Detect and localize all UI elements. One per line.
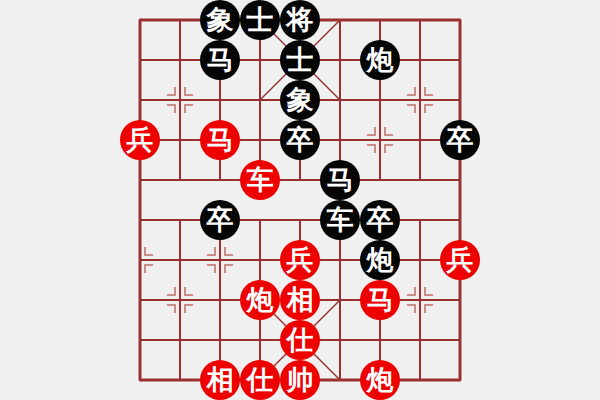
piece-black-炮[interactable]: 炮 xyxy=(360,40,400,80)
position-marker xyxy=(225,265,233,273)
position-marker xyxy=(167,105,175,113)
piece-red-兵[interactable]: 兵 xyxy=(440,240,480,280)
piece-black-马[interactable]: 马 xyxy=(200,40,240,80)
piece-black-马[interactable]: 马 xyxy=(320,160,360,200)
position-marker xyxy=(385,145,393,153)
position-marker xyxy=(145,247,153,255)
position-marker xyxy=(225,247,233,255)
position-marker xyxy=(407,105,415,113)
piece-red-相[interactable]: 相 xyxy=(280,280,320,320)
position-marker xyxy=(425,305,433,313)
position-marker xyxy=(407,305,415,313)
position-marker xyxy=(145,265,153,273)
piece-red-马[interactable]: 马 xyxy=(360,280,400,320)
position-marker xyxy=(385,127,393,135)
piece-black-象[interactable]: 象 xyxy=(200,0,240,40)
position-marker xyxy=(367,145,375,153)
position-marker xyxy=(425,87,433,95)
piece-black-卒[interactable]: 卒 xyxy=(280,120,320,160)
piece-black-卒[interactable]: 卒 xyxy=(360,200,400,240)
piece-red-车[interactable]: 车 xyxy=(240,160,280,200)
xiangqi-app: 象士将马士炮象兵马卒卒车马卒车卒兵炮兵炮相马仕相仕帅炮 xyxy=(0,0,600,400)
piece-black-车[interactable]: 车 xyxy=(320,200,360,240)
position-marker xyxy=(185,87,193,95)
piece-red-炮[interactable]: 炮 xyxy=(240,280,280,320)
piece-black-士[interactable]: 士 xyxy=(280,40,320,80)
piece-black-炮[interactable]: 炮 xyxy=(360,240,400,280)
position-marker xyxy=(367,127,375,135)
position-marker xyxy=(407,87,415,95)
piece-red-仕[interactable]: 仕 xyxy=(240,360,280,400)
piece-red-马[interactable]: 马 xyxy=(200,120,240,160)
piece-red-帅[interactable]: 帅 xyxy=(280,360,320,400)
position-marker xyxy=(185,105,193,113)
position-marker xyxy=(407,287,415,295)
piece-black-将[interactable]: 将 xyxy=(280,0,320,40)
piece-red-兵[interactable]: 兵 xyxy=(120,120,160,160)
piece-red-炮[interactable]: 炮 xyxy=(360,360,400,400)
position-marker xyxy=(425,105,433,113)
position-marker xyxy=(425,287,433,295)
piece-black-卒[interactable]: 卒 xyxy=(200,200,240,240)
position-marker xyxy=(185,287,193,295)
position-marker xyxy=(207,247,215,255)
piece-black-卒[interactable]: 卒 xyxy=(440,120,480,160)
position-marker xyxy=(167,305,175,313)
position-marker xyxy=(207,265,215,273)
position-marker xyxy=(185,305,193,313)
piece-red-仕[interactable]: 仕 xyxy=(280,320,320,360)
position-marker xyxy=(167,87,175,95)
piece-red-相[interactable]: 相 xyxy=(200,360,240,400)
piece-red-兵[interactable]: 兵 xyxy=(280,240,320,280)
piece-black-士[interactable]: 士 xyxy=(240,0,280,40)
piece-black-象[interactable]: 象 xyxy=(280,80,320,120)
position-marker xyxy=(167,287,175,295)
